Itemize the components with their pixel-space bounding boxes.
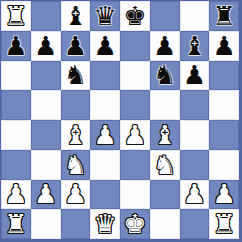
square-d8[interactable]: ♛ bbox=[90, 1, 120, 31]
piece-black-pawn[interactable]: ♟ bbox=[4, 33, 27, 59]
square-c5[interactable] bbox=[61, 90, 91, 120]
piece-white-pawn[interactable]: ♟ bbox=[4, 181, 27, 207]
piece-black-rook[interactable]: ♜ bbox=[212, 3, 235, 29]
square-c6[interactable]: ♞ bbox=[61, 61, 91, 91]
piece-black-knight[interactable]: ♞ bbox=[153, 62, 176, 88]
square-a2[interactable]: ♟ bbox=[1, 180, 31, 210]
piece-white-knight[interactable]: ♞ bbox=[153, 152, 176, 178]
square-h4[interactable] bbox=[209, 120, 239, 150]
square-d5[interactable] bbox=[90, 90, 120, 120]
square-g2[interactable]: ♟ bbox=[180, 180, 210, 210]
square-e8[interactable]: ♚ bbox=[120, 1, 150, 31]
square-b2[interactable]: ♟ bbox=[31, 180, 61, 210]
square-b1[interactable] bbox=[31, 209, 61, 239]
square-d7[interactable]: ♟ bbox=[90, 31, 120, 61]
square-f6[interactable]: ♞ bbox=[150, 61, 180, 91]
piece-black-pawn[interactable]: ♟ bbox=[64, 33, 87, 59]
square-c8[interactable]: ♝ bbox=[61, 1, 91, 31]
square-e7[interactable] bbox=[120, 31, 150, 61]
square-f5[interactable] bbox=[150, 90, 180, 120]
square-b6[interactable] bbox=[31, 61, 61, 91]
piece-white-rook[interactable]: ♜ bbox=[4, 211, 27, 237]
square-a5[interactable] bbox=[1, 90, 31, 120]
piece-white-bishop[interactable]: ♝ bbox=[153, 122, 176, 148]
piece-white-pawn[interactable]: ♟ bbox=[93, 122, 116, 148]
square-c1[interactable] bbox=[61, 209, 91, 239]
piece-black-pawn[interactable]: ♟ bbox=[34, 33, 57, 59]
piece-white-bishop[interactable]: ♝ bbox=[64, 122, 87, 148]
square-d2[interactable] bbox=[90, 180, 120, 210]
piece-black-pawn[interactable]: ♟ bbox=[153, 33, 176, 59]
square-b8[interactable] bbox=[31, 1, 61, 31]
piece-white-pawn[interactable]: ♟ bbox=[183, 181, 206, 207]
piece-black-pawn[interactable]: ♟ bbox=[93, 33, 116, 59]
piece-black-pawn[interactable]: ♟ bbox=[212, 33, 235, 59]
square-e1[interactable]: ♚ bbox=[120, 209, 150, 239]
square-c3[interactable]: ♞ bbox=[61, 150, 91, 180]
square-c7[interactable]: ♟ bbox=[61, 31, 91, 61]
piece-white-pawn[interactable]: ♟ bbox=[212, 181, 235, 207]
square-d1[interactable]: ♛ bbox=[90, 209, 120, 239]
square-b3[interactable] bbox=[31, 150, 61, 180]
piece-white-pawn[interactable]: ♟ bbox=[123, 122, 146, 148]
square-h5[interactable] bbox=[209, 90, 239, 120]
square-g6[interactable]: ♟ bbox=[180, 61, 210, 91]
square-h8[interactable]: ♜ bbox=[209, 1, 239, 31]
square-a7[interactable]: ♟ bbox=[1, 31, 31, 61]
piece-white-pawn[interactable]: ♟ bbox=[34, 181, 57, 207]
square-h2[interactable]: ♟ bbox=[209, 180, 239, 210]
square-e3[interactable] bbox=[120, 150, 150, 180]
piece-black-king[interactable]: ♚ bbox=[123, 3, 146, 29]
square-g5[interactable] bbox=[180, 90, 210, 120]
square-e6[interactable] bbox=[120, 61, 150, 91]
square-e4[interactable]: ♟ bbox=[120, 120, 150, 150]
square-g3[interactable] bbox=[180, 150, 210, 180]
square-d4[interactable]: ♟ bbox=[90, 120, 120, 150]
square-g4[interactable] bbox=[180, 120, 210, 150]
square-g8[interactable] bbox=[180, 1, 210, 31]
square-f3[interactable]: ♞ bbox=[150, 150, 180, 180]
square-d3[interactable] bbox=[90, 150, 120, 180]
square-b4[interactable] bbox=[31, 120, 61, 150]
square-a6[interactable] bbox=[1, 61, 31, 91]
square-h7[interactable]: ♟ bbox=[209, 31, 239, 61]
piece-black-bishop[interactable]: ♝ bbox=[64, 3, 87, 29]
square-f7[interactable]: ♟ bbox=[150, 31, 180, 61]
square-d6[interactable] bbox=[90, 61, 120, 91]
piece-black-bishop[interactable]: ♝ bbox=[183, 33, 206, 59]
square-b7[interactable]: ♟ bbox=[31, 31, 61, 61]
piece-white-rook[interactable]: ♜ bbox=[212, 211, 235, 237]
piece-white-king[interactable]: ♚ bbox=[123, 211, 146, 237]
piece-black-queen[interactable]: ♛ bbox=[93, 3, 116, 29]
piece-white-rook[interactable]: ♜ bbox=[4, 3, 27, 29]
square-f4[interactable]: ♝ bbox=[150, 120, 180, 150]
square-h6[interactable] bbox=[209, 61, 239, 91]
square-c4[interactable]: ♝ bbox=[61, 120, 91, 150]
square-b5[interactable] bbox=[31, 90, 61, 120]
square-f1[interactable] bbox=[150, 209, 180, 239]
square-a4[interactable] bbox=[1, 120, 31, 150]
square-a3[interactable] bbox=[1, 150, 31, 180]
square-h1[interactable]: ♜ bbox=[209, 209, 239, 239]
piece-black-pawn[interactable]: ♟ bbox=[183, 62, 206, 88]
square-g1[interactable] bbox=[180, 209, 210, 239]
chess-board: ♜♝♛♚♜♟♟♟♟♟♝♟♞♞♟♝♟♟♝♞♞♟♟♟♟♟♜♛♚♜ bbox=[0, 0, 242, 242]
piece-white-knight[interactable]: ♞ bbox=[64, 152, 87, 178]
square-f2[interactable] bbox=[150, 180, 180, 210]
square-h3[interactable] bbox=[209, 150, 239, 180]
square-a8[interactable]: ♜ bbox=[1, 1, 31, 31]
piece-black-knight[interactable]: ♞ bbox=[64, 62, 87, 88]
square-g7[interactable]: ♝ bbox=[180, 31, 210, 61]
square-c2[interactable]: ♟ bbox=[61, 180, 91, 210]
square-e2[interactable] bbox=[120, 180, 150, 210]
square-f8[interactable] bbox=[150, 1, 180, 31]
square-a1[interactable]: ♜ bbox=[1, 209, 31, 239]
square-e5[interactable] bbox=[120, 90, 150, 120]
piece-white-pawn[interactable]: ♟ bbox=[64, 181, 87, 207]
chess-board-grid: ♜♝♛♚♜♟♟♟♟♟♝♟♞♞♟♝♟♟♝♞♞♟♟♟♟♟♜♛♚♜ bbox=[1, 1, 239, 239]
piece-white-queen[interactable]: ♛ bbox=[93, 211, 116, 237]
